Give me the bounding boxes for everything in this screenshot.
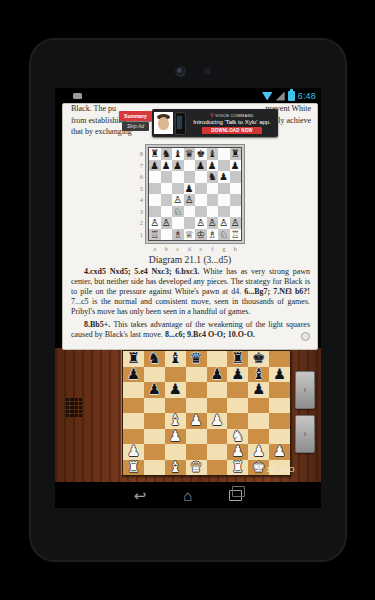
cell-signal-icon: × xyxy=(276,92,285,101)
square-f8[interactable]: ♜ xyxy=(227,351,248,367)
square-b4 xyxy=(161,194,173,206)
square-c7: ♟ xyxy=(172,160,184,172)
white-pawn: ♟ xyxy=(227,444,248,460)
white-pawn: ♙ xyxy=(184,194,196,206)
square-g3 xyxy=(218,206,230,218)
square-h8: ♜ xyxy=(230,148,242,160)
square-h7[interactable]: ♟ xyxy=(269,367,290,383)
square-e8: ♚ xyxy=(195,148,207,160)
black-rook: ♜ xyxy=(227,351,248,367)
square-g6: ♟ xyxy=(218,171,230,183)
black-queen: ♛ xyxy=(186,351,207,367)
square-h3 xyxy=(230,206,242,218)
square-e3 xyxy=(195,206,207,218)
square-f1: ♗ xyxy=(207,229,219,241)
square-g5[interactable] xyxy=(248,398,269,414)
square-g2: ♙ xyxy=(218,217,230,229)
square-a3[interactable] xyxy=(123,429,144,445)
book-page: Black. The pu prevent White from establi… xyxy=(62,103,318,350)
white-knight: ♘ xyxy=(172,206,184,218)
white-pawn: ♟ xyxy=(123,444,144,460)
move-text: 8.Bb5+. xyxy=(84,320,113,329)
coordinate-label: 1 xyxy=(135,229,143,241)
coordinate-label: h xyxy=(230,245,242,252)
square-e2: ♙ xyxy=(195,217,207,229)
black-knight: ♞ xyxy=(207,171,219,183)
black-knight: ♞ xyxy=(161,148,173,160)
square-a8[interactable]: ♜ xyxy=(123,351,144,367)
screen: × 6:48 Black. The pu prevent White from … xyxy=(55,88,321,508)
coordinate-label: a xyxy=(149,245,161,252)
white-king: ♔ xyxy=(195,229,207,241)
status-time: 6:48 xyxy=(298,91,316,101)
square-d2 xyxy=(184,217,196,229)
square-e2[interactable] xyxy=(207,444,228,460)
square-f8: ♝ xyxy=(207,148,219,160)
square-h2: ♙ xyxy=(230,217,242,229)
white-pawn: ♙ xyxy=(218,217,230,229)
square-a1: ♖ xyxy=(149,229,161,241)
no-signal-x-icon: × xyxy=(276,89,279,95)
black-pawn: ♟ xyxy=(172,160,184,172)
square-d2[interactable] xyxy=(186,444,207,460)
square-d7[interactable] xyxy=(186,367,207,383)
square-b8[interactable]: ♞ xyxy=(144,351,165,367)
square-a8: ♜ xyxy=(149,148,161,160)
square-b4[interactable] xyxy=(144,413,165,429)
square-f6[interactable] xyxy=(227,382,248,398)
square-d3 xyxy=(184,206,196,218)
move-text: 4.cxd5 Nxd5; 5.e4 Nxc3; 6.bxc3. xyxy=(84,267,203,276)
square-b8: ♞ xyxy=(161,148,173,160)
white-pawn: ♟ xyxy=(269,444,290,460)
move-text: 6...Bg7; 7.Nf3 b6?! xyxy=(244,287,310,296)
square-e5[interactable] xyxy=(207,398,228,414)
black-rook: ♜ xyxy=(230,148,242,160)
square-g2[interactable]: ♟ xyxy=(248,444,269,460)
previous-move-button[interactable]: ‹ xyxy=(295,371,315,409)
square-c1: ♗ xyxy=(172,229,184,241)
square-c3: ♘ xyxy=(172,206,184,218)
square-d5: ♟ xyxy=(184,183,196,195)
black-bishop: ♝ xyxy=(165,351,186,367)
black-bishop: ♝ xyxy=(207,148,219,160)
square-e1[interactable] xyxy=(207,460,228,476)
square-a6[interactable] xyxy=(123,382,144,398)
square-f3 xyxy=(207,206,219,218)
coordinate-label: 3 xyxy=(135,206,143,218)
android-nav-bar: ↩ ⌂ xyxy=(55,482,321,508)
black-pawn: ♟ xyxy=(218,171,230,183)
square-e8[interactable] xyxy=(207,351,228,367)
black-pawn: ♟ xyxy=(248,382,269,398)
tablet-frame: × 6:48 Black. The pu prevent White from … xyxy=(29,38,347,562)
move-text: 8...c6; 9.Bc4 O-O; 10.O-O. xyxy=(165,330,255,339)
black-rook: ♜ xyxy=(123,351,144,367)
black-bishop: ♝ xyxy=(172,148,184,160)
square-g6[interactable]: ♟ xyxy=(248,382,269,398)
white-pawn: ♙ xyxy=(207,217,219,229)
coordinate-label: f xyxy=(207,245,219,252)
square-c2[interactable] xyxy=(165,444,186,460)
square-f1[interactable]: ♜ xyxy=(227,460,248,476)
book-paragraph-2: 8.Bb5+. This takes advantage of the weak… xyxy=(71,320,310,340)
square-d6[interactable] xyxy=(186,382,207,398)
square-e7: ♟ xyxy=(195,160,207,172)
square-a5[interactable] xyxy=(123,398,144,414)
wifi-icon xyxy=(262,92,273,101)
square-b3[interactable] xyxy=(144,429,165,445)
body-text: 7...c5 is the normal and consistent move… xyxy=(71,297,310,316)
square-c1[interactable]: ♝ xyxy=(165,460,186,476)
ad-headline: Introducing 'Talk to Xylo' app. xyxy=(193,119,271,125)
current-move-label: 10. O-O xyxy=(266,465,295,474)
black-pawn: ♟ xyxy=(207,367,228,383)
square-c4: ♙ xyxy=(172,194,184,206)
black-pawn: ♟ xyxy=(165,382,186,398)
square-h2[interactable]: ♟ xyxy=(269,444,290,460)
square-d1[interactable]: ♛ xyxy=(186,460,207,476)
coordinate-label: c xyxy=(172,245,184,252)
square-f6: ♞ xyxy=(207,171,219,183)
square-e1: ♔ xyxy=(195,229,207,241)
square-d8[interactable]: ♛ xyxy=(186,351,207,367)
square-g7 xyxy=(218,160,230,172)
square-c8[interactable]: ♝ xyxy=(165,351,186,367)
square-a6 xyxy=(149,171,161,183)
square-h3[interactable] xyxy=(269,429,290,445)
coordinate-label: 7 xyxy=(135,160,143,172)
square-b6 xyxy=(161,171,173,183)
square-f4[interactable] xyxy=(227,413,248,429)
square-d7 xyxy=(184,160,196,172)
next-move-button[interactable]: › xyxy=(295,415,315,453)
book-text-fragment: Black. The pu xyxy=(71,104,116,114)
coordinate-label: g xyxy=(218,245,230,252)
white-pawn: ♙ xyxy=(161,217,173,229)
ad-brand-text: VOICE COMMAND xyxy=(215,113,254,118)
black-pawn: ♟ xyxy=(227,367,248,383)
black-pawn: ♟ xyxy=(207,160,219,172)
square-b5[interactable] xyxy=(144,398,165,414)
square-d5[interactable] xyxy=(186,398,207,414)
square-h6[interactable] xyxy=(269,382,290,398)
square-d6 xyxy=(184,171,196,183)
square-c6 xyxy=(172,171,184,183)
square-b2[interactable] xyxy=(144,444,165,460)
square-c3[interactable]: ♟ xyxy=(165,429,186,445)
square-h1: ♖ xyxy=(230,229,242,241)
coordinate-label: 4 xyxy=(135,194,143,206)
coordinate-label: e xyxy=(195,245,207,252)
square-h4[interactable] xyxy=(269,413,290,429)
book-diagram: 87654321 ♜♞♝♛♚♝♜♟♟♟♟♟♟♞♟♟♙♙♘♙♙♙♙♙♙♖♗♕♔♗♘… xyxy=(63,144,317,265)
ad-brand: V VOICE COMMAND xyxy=(210,112,254,118)
page-sync-icon[interactable] xyxy=(301,332,310,341)
square-e5 xyxy=(195,183,207,195)
white-pawn: ♟ xyxy=(165,429,186,445)
square-g8[interactable]: ♚ xyxy=(248,351,269,367)
square-d3[interactable] xyxy=(186,429,207,445)
black-pawn: ♟ xyxy=(269,367,290,383)
white-pawn: ♙ xyxy=(172,194,184,206)
square-a7: ♟ xyxy=(149,160,161,172)
diagram-chessboard: ♜♞♝♛♚♝♜♟♟♟♟♟♟♞♟♟♙♙♘♙♙♙♙♙♙♖♗♕♔♗♘♖ xyxy=(148,147,242,241)
black-knight: ♞ xyxy=(144,351,165,367)
board-menu-grid-icon[interactable] xyxy=(66,398,82,417)
black-pawn: ♟ xyxy=(123,367,144,383)
square-f5[interactable] xyxy=(227,398,248,414)
black-king: ♚ xyxy=(195,148,207,160)
square-c6[interactable]: ♟ xyxy=(165,382,186,398)
square-h5[interactable] xyxy=(269,398,290,414)
square-c5[interactable] xyxy=(165,398,186,414)
white-rook: ♖ xyxy=(230,229,242,241)
ad-banner[interactable]: V VOICE COMMAND Introducing 'Talk to Xyl… xyxy=(152,109,278,137)
black-rook: ♜ xyxy=(149,148,161,160)
light-sensor xyxy=(204,68,211,75)
square-a2: ♙ xyxy=(149,217,161,229)
status-bar: × 6:48 xyxy=(55,88,321,104)
white-bishop: ♝ xyxy=(165,413,186,429)
square-e6[interactable] xyxy=(207,382,228,398)
square-a7[interactable]: ♟ xyxy=(123,367,144,383)
square-e3[interactable] xyxy=(207,429,228,445)
white-pawn: ♙ xyxy=(195,217,207,229)
white-pawn: ♙ xyxy=(149,217,161,229)
board-panel: ♜♞♝♛♜♚♟♟♟♝♟♟♟♟♝♟♟♟♞♟♟♟♟♜♝♛♜♚ ‹ › 10. O-O xyxy=(55,348,321,482)
black-pawn: ♟ xyxy=(161,160,173,172)
square-c5 xyxy=(172,183,184,195)
square-b7: ♟ xyxy=(161,160,173,172)
recent-apps-icon[interactable] xyxy=(229,490,242,501)
ad-phone-image xyxy=(175,112,186,135)
black-pawn: ♟ xyxy=(184,183,196,195)
white-rook: ♜ xyxy=(227,460,248,476)
square-h4 xyxy=(230,194,242,206)
square-f2[interactable]: ♟ xyxy=(227,444,248,460)
square-a1[interactable]: ♜ xyxy=(123,460,144,476)
white-rook: ♖ xyxy=(149,229,161,241)
coordinate-label: d xyxy=(184,245,196,252)
battery-icon xyxy=(288,91,295,101)
square-d4[interactable]: ♟ xyxy=(186,413,207,429)
coordinate-label: 8 xyxy=(135,148,143,160)
square-c4[interactable]: ♝ xyxy=(165,413,186,429)
square-b2: ♙ xyxy=(161,217,173,229)
square-c2 xyxy=(172,217,184,229)
front-camera xyxy=(175,66,186,77)
square-e4 xyxy=(195,194,207,206)
white-bishop: ♗ xyxy=(172,229,184,241)
white-bishop: ♗ xyxy=(207,229,219,241)
square-b3 xyxy=(161,206,173,218)
square-f2: ♙ xyxy=(207,217,219,229)
ad-brand-mark: V xyxy=(210,112,214,118)
square-g3[interactable] xyxy=(248,429,269,445)
square-b6[interactable]: ♟ xyxy=(144,382,165,398)
square-f5 xyxy=(207,183,219,195)
square-c7[interactable] xyxy=(165,367,186,383)
square-g5 xyxy=(218,183,230,195)
square-g4 xyxy=(218,194,230,206)
square-e4[interactable]: ♟ xyxy=(207,413,228,429)
back-icon[interactable]: ↩ xyxy=(134,488,147,503)
ad-photo-face xyxy=(158,117,169,130)
home-icon[interactable]: ⌂ xyxy=(183,488,192,503)
white-pawn: ♟ xyxy=(248,444,269,460)
diagram-frame: ♜♞♝♛♚♝♜♟♟♟♟♟♟♞♟♟♙♙♘♙♙♙♙♙♙♖♗♕♔♗♘♖ xyxy=(145,144,245,244)
square-b1 xyxy=(161,229,173,241)
square-h8[interactable] xyxy=(269,351,290,367)
square-h7: ♟ xyxy=(230,160,242,172)
square-h6 xyxy=(230,171,242,183)
square-e6 xyxy=(195,171,207,183)
black-pawn: ♟ xyxy=(195,160,207,172)
square-g1: ♘ xyxy=(218,229,230,241)
white-knight: ♞ xyxy=(227,429,248,445)
square-e7[interactable]: ♟ xyxy=(207,367,228,383)
square-f7: ♟ xyxy=(207,160,219,172)
square-c8: ♝ xyxy=(172,148,184,160)
square-b7[interactable] xyxy=(144,367,165,383)
square-g4[interactable] xyxy=(248,413,269,429)
ad-summary-badge[interactable]: Summary xyxy=(119,111,152,121)
white-pawn: ♙ xyxy=(230,217,242,229)
white-pawn: ♟ xyxy=(207,413,228,429)
black-queen: ♛ xyxy=(184,148,196,160)
square-a3 xyxy=(149,206,161,218)
square-d8: ♛ xyxy=(184,148,196,160)
white-pawn: ♟ xyxy=(186,413,207,429)
white-queen: ♛ xyxy=(186,460,207,476)
square-f3[interactable]: ♞ xyxy=(227,429,248,445)
diagram-rank-labels: 87654321 xyxy=(135,148,143,240)
black-pawn: ♟ xyxy=(144,382,165,398)
square-a4[interactable] xyxy=(123,413,144,429)
black-king: ♚ xyxy=(248,351,269,367)
square-g8 xyxy=(218,148,230,160)
coordinate-label: 5 xyxy=(135,183,143,195)
coordinate-label: 6 xyxy=(135,171,143,183)
square-d4: ♙ xyxy=(184,194,196,206)
square-d1: ♕ xyxy=(184,229,196,241)
notification-icon xyxy=(73,93,82,99)
coordinate-label: b xyxy=(161,245,173,252)
square-b5 xyxy=(161,183,173,195)
main-chessboard[interactable]: ♜♞♝♛♜♚♟♟♟♝♟♟♟♟♝♟♟♟♞♟♟♟♟♜♝♛♜♚ xyxy=(122,350,291,476)
square-h5 xyxy=(230,183,242,195)
diagram-caption: Diagram 21.1 (3...d5) xyxy=(149,255,231,265)
square-f7[interactable]: ♟ xyxy=(227,367,248,383)
ad-photo xyxy=(154,112,173,134)
book-paragraph-1: 4.cxd5 Nxd5; 5.e4 Nxc3; 6.bxc3. White ha… xyxy=(71,267,310,317)
white-knight: ♘ xyxy=(218,229,230,241)
white-bishop: ♝ xyxy=(165,460,186,476)
black-bishop: ♝ xyxy=(248,367,269,383)
square-a4 xyxy=(149,194,161,206)
black-pawn: ♟ xyxy=(149,160,161,172)
diagram-file-labels: abcdefgh xyxy=(149,245,241,252)
black-pawn: ♟ xyxy=(230,160,242,172)
square-g7[interactable]: ♝ xyxy=(248,367,269,383)
white-rook: ♜ xyxy=(123,460,144,476)
square-a5 xyxy=(149,183,161,195)
ad-download-button[interactable]: DOWNLOAD NOW xyxy=(202,127,262,134)
square-f4 xyxy=(207,194,219,206)
coordinate-label: 2 xyxy=(135,217,143,229)
ad-skip-badge[interactable]: Skip Ad xyxy=(122,122,149,131)
square-b1[interactable] xyxy=(144,460,165,476)
white-queen: ♕ xyxy=(184,229,196,241)
square-a2[interactable]: ♟ xyxy=(123,444,144,460)
